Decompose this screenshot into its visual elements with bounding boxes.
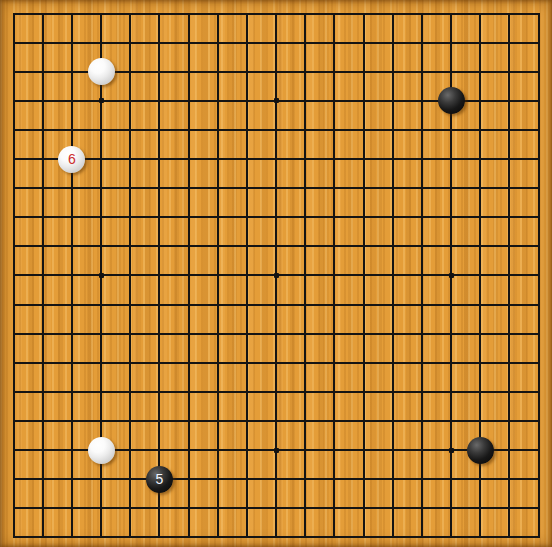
move-number-label: 6 (68, 152, 76, 166)
grid-line-horizontal (13, 362, 540, 364)
star-point (274, 273, 279, 278)
screenshot-root: 65 (0, 0, 552, 547)
stone-Q16[interactable] (438, 87, 465, 114)
grid-line-vertical (421, 13, 423, 539)
grid-line-horizontal (13, 420, 540, 422)
grid-line-vertical (363, 13, 365, 539)
star-point (449, 273, 454, 278)
stone-D17[interactable] (88, 58, 115, 85)
grid-line-horizontal (13, 304, 540, 306)
grid-line-vertical (304, 13, 306, 539)
grid-line-horizontal (13, 478, 540, 480)
star-point (99, 98, 104, 103)
stone-C14[interactable]: 6 (58, 146, 85, 173)
move-number-label: 5 (155, 472, 163, 486)
star-point (274, 98, 279, 103)
star-point (274, 448, 279, 453)
grid-line-vertical (333, 13, 335, 539)
stone-D4[interactable] (88, 437, 115, 464)
grid-line-horizontal (13, 333, 540, 335)
grid-line-vertical (538, 13, 540, 539)
grid-line-vertical (508, 13, 510, 539)
star-point (99, 273, 104, 278)
grid-line-vertical (392, 13, 394, 539)
grid-line-horizontal (13, 536, 540, 538)
stone-R4[interactable] (467, 437, 494, 464)
stone-F3[interactable]: 5 (146, 466, 173, 493)
star-point (449, 448, 454, 453)
grid-line-horizontal (13, 507, 540, 509)
grid-line-horizontal (13, 391, 540, 393)
go-board[interactable]: 65 (0, 0, 552, 547)
